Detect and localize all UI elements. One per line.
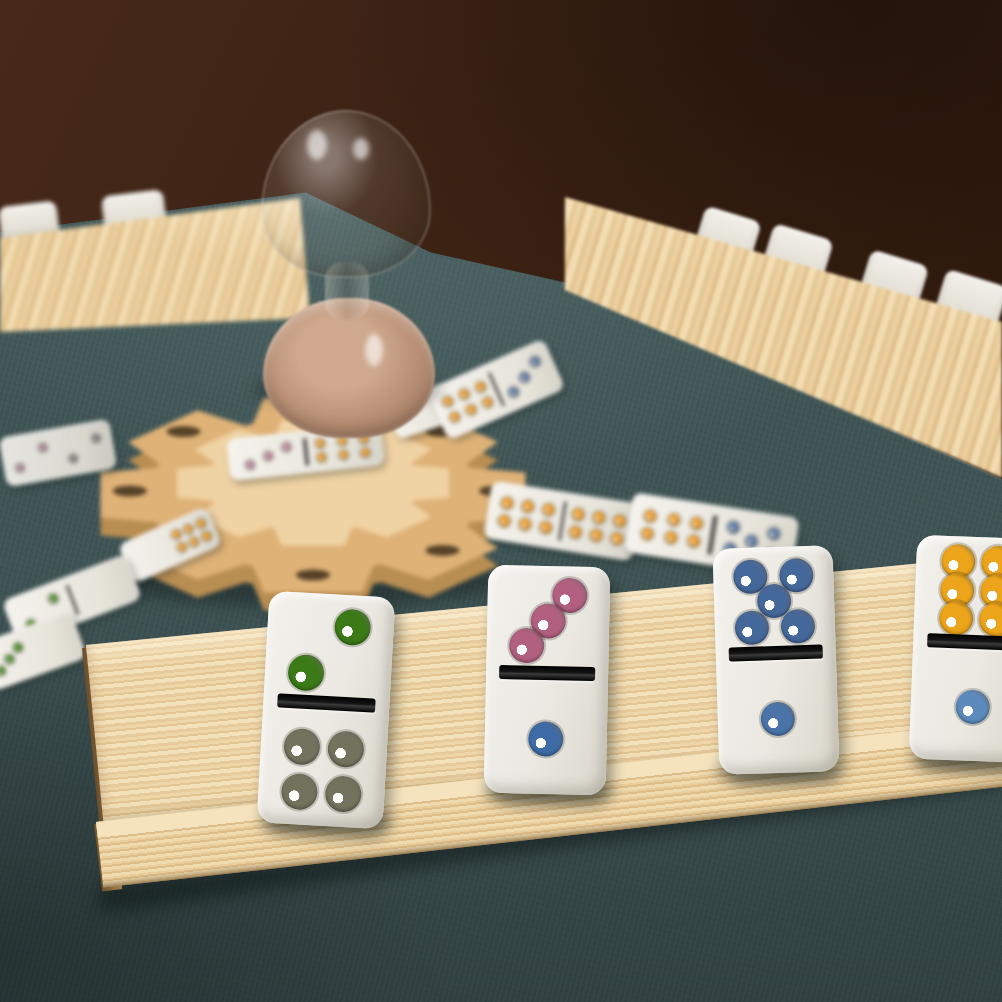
pip	[281, 772, 319, 810]
pip	[760, 701, 795, 736]
rack-domino-1[interactable]	[257, 591, 396, 830]
pip	[979, 603, 1002, 638]
rack-domino-2[interactable]	[484, 565, 611, 796]
pip	[528, 721, 564, 757]
pip	[287, 654, 325, 692]
domino-top-half	[273, 600, 386, 699]
domino-bottom-half	[492, 693, 599, 786]
pip	[324, 775, 362, 813]
domino-divider	[499, 665, 594, 681]
pip	[333, 608, 371, 646]
pip	[283, 728, 321, 766]
rack-domino-3[interactable]	[712, 545, 839, 775]
pip	[938, 601, 973, 636]
domino-divider	[729, 645, 823, 662]
domino-top-half	[721, 554, 827, 648]
scene	[0, 0, 1002, 1002]
pip	[327, 730, 365, 768]
domino-bottom-half	[725, 672, 831, 766]
domino-divider	[927, 633, 1002, 651]
pip	[780, 608, 815, 643]
rack-domino-4[interactable]	[909, 535, 1002, 764]
pip	[735, 610, 770, 645]
domino-top-half	[922, 544, 1002, 638]
domino-bottom-half	[266, 721, 379, 820]
pip	[955, 690, 990, 725]
domino-bottom-half	[918, 660, 1002, 754]
foreground-rack-group	[0, 0, 1002, 1002]
pip	[509, 628, 545, 664]
domino-top-half	[495, 574, 602, 667]
